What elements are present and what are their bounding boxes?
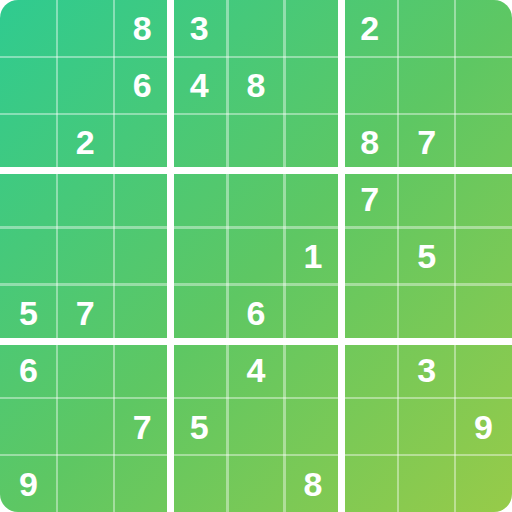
given-digit: 6 xyxy=(133,68,152,102)
given-digit: 3 xyxy=(417,353,436,387)
cell-r6c8[interactable] xyxy=(398,284,455,341)
cell-r9c4[interactable] xyxy=(171,455,228,512)
cell-r2c2[interactable] xyxy=(57,57,114,114)
cell-r9c5[interactable] xyxy=(228,455,285,512)
cell-r7c5[interactable]: 4 xyxy=(228,341,285,398)
given-digit: 6 xyxy=(247,296,266,330)
given-digit: 3 xyxy=(190,11,209,45)
cell-r1c3[interactable]: 8 xyxy=(114,0,171,57)
cell-r3c4[interactable] xyxy=(171,114,228,171)
cell-r1c5[interactable] xyxy=(228,0,285,57)
given-digit: 8 xyxy=(133,11,152,45)
cell-r7c8[interactable]: 3 xyxy=(398,341,455,398)
cell-r8c2[interactable] xyxy=(57,398,114,455)
cell-r2c9[interactable] xyxy=(455,57,512,114)
given-digit: 7 xyxy=(76,296,95,330)
cell-r1c8[interactable] xyxy=(398,0,455,57)
cell-r5c3[interactable] xyxy=(114,228,171,285)
cell-r5c2[interactable] xyxy=(57,228,114,285)
sudoku-board: 83264828771557664375998 xyxy=(0,0,512,512)
cell-r2c8[interactable] xyxy=(398,57,455,114)
cell-r8c5[interactable] xyxy=(228,398,285,455)
cell-r8c8[interactable] xyxy=(398,398,455,455)
cell-r6c3[interactable] xyxy=(114,284,171,341)
cell-r8c7[interactable] xyxy=(341,398,398,455)
cell-r2c3[interactable]: 6 xyxy=(114,57,171,114)
given-digit: 2 xyxy=(360,11,379,45)
cell-r3c2[interactable]: 2 xyxy=(57,114,114,171)
cell-r7c1[interactable]: 6 xyxy=(0,341,57,398)
cell-r4c9[interactable] xyxy=(455,171,512,228)
cell-r9c3[interactable] xyxy=(114,455,171,512)
given-digit: 2 xyxy=(76,125,95,159)
cell-r5c7[interactable] xyxy=(341,228,398,285)
cell-r9c9[interactable] xyxy=(455,455,512,512)
cell-r1c6[interactable] xyxy=(284,0,341,57)
cell-r6c4[interactable] xyxy=(171,284,228,341)
given-digit: 9 xyxy=(19,467,38,501)
given-digit: 5 xyxy=(19,296,38,330)
cell-r5c5[interactable] xyxy=(228,228,285,285)
cell-r6c1[interactable]: 5 xyxy=(0,284,57,341)
cell-r3c1[interactable] xyxy=(0,114,57,171)
cells-container: 83264828771557664375998 xyxy=(0,0,512,512)
given-digit: 8 xyxy=(247,68,266,102)
cell-r5c8[interactable]: 5 xyxy=(398,228,455,285)
cell-r8c4[interactable]: 5 xyxy=(171,398,228,455)
cell-r9c2[interactable] xyxy=(57,455,114,512)
cell-r5c6[interactable]: 1 xyxy=(284,228,341,285)
given-digit: 6 xyxy=(19,353,38,387)
cell-r6c9[interactable] xyxy=(455,284,512,341)
cell-r1c9[interactable] xyxy=(455,0,512,57)
cell-r6c6[interactable] xyxy=(284,284,341,341)
given-digit: 7 xyxy=(133,410,152,444)
cell-r1c4[interactable]: 3 xyxy=(171,0,228,57)
cell-r7c6[interactable] xyxy=(284,341,341,398)
given-digit: 4 xyxy=(247,353,266,387)
cell-r2c4[interactable]: 4 xyxy=(171,57,228,114)
cell-r4c2[interactable] xyxy=(57,171,114,228)
cell-r3c7[interactable]: 8 xyxy=(341,114,398,171)
given-digit: 7 xyxy=(360,182,379,216)
cell-r2c1[interactable] xyxy=(0,57,57,114)
cell-r6c5[interactable]: 6 xyxy=(228,284,285,341)
cell-r3c9[interactable] xyxy=(455,114,512,171)
cell-r1c7[interactable]: 2 xyxy=(341,0,398,57)
given-digit: 8 xyxy=(360,125,379,159)
cell-r1c1[interactable] xyxy=(0,0,57,57)
cell-r9c1[interactable]: 9 xyxy=(0,455,57,512)
cell-r2c5[interactable]: 8 xyxy=(228,57,285,114)
cell-r4c5[interactable] xyxy=(228,171,285,228)
cell-r9c7[interactable] xyxy=(341,455,398,512)
cell-r3c6[interactable] xyxy=(284,114,341,171)
cell-r9c6[interactable]: 8 xyxy=(284,455,341,512)
cell-r4c8[interactable] xyxy=(398,171,455,228)
cell-r7c7[interactable] xyxy=(341,341,398,398)
cell-r1c2[interactable] xyxy=(57,0,114,57)
given-digit: 8 xyxy=(303,467,322,501)
cell-r4c1[interactable] xyxy=(0,171,57,228)
cell-r4c4[interactable] xyxy=(171,171,228,228)
given-digit: 5 xyxy=(190,410,209,444)
cell-r8c3[interactable]: 7 xyxy=(114,398,171,455)
cell-r2c7[interactable] xyxy=(341,57,398,114)
cell-r3c8[interactable]: 7 xyxy=(398,114,455,171)
given-digit: 7 xyxy=(417,125,436,159)
cell-r4c3[interactable] xyxy=(114,171,171,228)
given-digit: 1 xyxy=(303,239,322,273)
given-digit: 5 xyxy=(417,239,436,273)
cell-r3c3[interactable] xyxy=(114,114,171,171)
cell-r5c1[interactable] xyxy=(0,228,57,285)
cell-r3c5[interactable] xyxy=(228,114,285,171)
cell-r7c4[interactable] xyxy=(171,341,228,398)
cell-r5c4[interactable] xyxy=(171,228,228,285)
cell-r8c9[interactable]: 9 xyxy=(455,398,512,455)
cell-r9c8[interactable] xyxy=(398,455,455,512)
given-digit: 4 xyxy=(190,68,209,102)
cell-r5c9[interactable] xyxy=(455,228,512,285)
cell-r7c3[interactable] xyxy=(114,341,171,398)
cell-r7c9[interactable] xyxy=(455,341,512,398)
cell-r6c7[interactable] xyxy=(341,284,398,341)
cell-r8c6[interactable] xyxy=(284,398,341,455)
cell-r4c6[interactable] xyxy=(284,171,341,228)
cell-r7c2[interactable] xyxy=(57,341,114,398)
cell-r6c2[interactable]: 7 xyxy=(57,284,114,341)
given-digit: 9 xyxy=(474,410,493,444)
cell-r8c1[interactable] xyxy=(0,398,57,455)
cell-r4c7[interactable]: 7 xyxy=(341,171,398,228)
cell-r2c6[interactable] xyxy=(284,57,341,114)
